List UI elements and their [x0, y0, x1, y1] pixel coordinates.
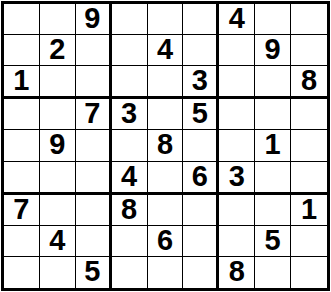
sudoku-board: 9424913873598146378146558 [1, 1, 330, 291]
cell-r4c1[interactable] [4, 99, 40, 130]
cell-r5c4[interactable] [112, 130, 148, 161]
cell-r3c2[interactable] [40, 66, 76, 99]
cell-r4c6[interactable]: 5 [183, 99, 219, 130]
cell-r8c4[interactable] [112, 226, 148, 257]
cell-r9c6[interactable] [183, 257, 219, 288]
cell-r8c7[interactable] [219, 226, 255, 257]
cell-r1c9[interactable] [291, 4, 327, 35]
cell-r6c3[interactable] [76, 162, 112, 195]
cell-r3c8[interactable] [255, 66, 291, 99]
cell-r3c3[interactable] [76, 66, 112, 99]
cell-r2c2[interactable]: 2 [40, 35, 76, 66]
cell-r4c7[interactable] [219, 99, 255, 130]
cell-r7c1[interactable]: 7 [4, 195, 40, 226]
cell-r7c7[interactable] [219, 195, 255, 226]
cell-r5c7[interactable] [219, 130, 255, 161]
cell-r8c9[interactable] [291, 226, 327, 257]
cell-r3c5[interactable] [148, 66, 184, 99]
cell-r7c2[interactable] [40, 195, 76, 226]
cell-r8c2[interactable]: 4 [40, 226, 76, 257]
cell-r6c1[interactable] [4, 162, 40, 195]
cell-r5c1[interactable] [4, 130, 40, 161]
cell-r4c5[interactable] [148, 99, 184, 130]
cell-r2c9[interactable] [291, 35, 327, 66]
cell-r8c8[interactable]: 5 [255, 226, 291, 257]
cell-r1c3[interactable]: 9 [76, 4, 112, 35]
cell-r9c3[interactable]: 5 [76, 257, 112, 288]
cell-r7c8[interactable] [255, 195, 291, 226]
cell-r8c1[interactable] [4, 226, 40, 257]
cell-r8c3[interactable] [76, 226, 112, 257]
cell-r9c9[interactable] [291, 257, 327, 288]
cell-r6c6[interactable]: 6 [183, 162, 219, 195]
cell-r1c5[interactable] [148, 4, 184, 35]
cell-r7c4[interactable]: 8 [112, 195, 148, 226]
cell-r2c1[interactable] [4, 35, 40, 66]
cell-r9c2[interactable] [40, 257, 76, 288]
cell-r7c5[interactable] [148, 195, 184, 226]
cell-r9c4[interactable] [112, 257, 148, 288]
cell-r1c6[interactable] [183, 4, 219, 35]
cell-r3c9[interactable]: 8 [291, 66, 327, 99]
cell-r6c7[interactable]: 3 [219, 162, 255, 195]
cell-r7c6[interactable] [183, 195, 219, 226]
cell-r3c7[interactable] [219, 66, 255, 99]
cell-r2c5[interactable]: 4 [148, 35, 184, 66]
cell-r3c1[interactable]: 1 [4, 66, 40, 99]
cell-r4c2[interactable] [40, 99, 76, 130]
cell-r5c9[interactable] [291, 130, 327, 161]
cell-r6c2[interactable] [40, 162, 76, 195]
cell-r9c1[interactable] [4, 257, 40, 288]
cell-r9c7[interactable]: 8 [219, 257, 255, 288]
cell-r2c3[interactable] [76, 35, 112, 66]
cell-r8c6[interactable] [183, 226, 219, 257]
cell-r7c3[interactable] [76, 195, 112, 226]
cell-r7c9[interactable]: 1 [291, 195, 327, 226]
cell-r6c8[interactable] [255, 162, 291, 195]
cell-r4c9[interactable] [291, 99, 327, 130]
cell-r5c3[interactable] [76, 130, 112, 161]
cell-r4c8[interactable] [255, 99, 291, 130]
cell-r1c8[interactable] [255, 4, 291, 35]
cell-r4c4[interactable]: 3 [112, 99, 148, 130]
cell-r5c8[interactable]: 1 [255, 130, 291, 161]
cell-r5c2[interactable]: 9 [40, 130, 76, 161]
cell-r5c5[interactable]: 8 [148, 130, 184, 161]
cell-r1c1[interactable] [4, 4, 40, 35]
cell-r3c6[interactable]: 3 [183, 66, 219, 99]
cell-r1c7[interactable]: 4 [219, 4, 255, 35]
cell-r2c6[interactable] [183, 35, 219, 66]
cell-r2c4[interactable] [112, 35, 148, 66]
cell-r9c8[interactable] [255, 257, 291, 288]
cell-r5c6[interactable] [183, 130, 219, 161]
cell-r3c4[interactable] [112, 66, 148, 99]
cell-r2c8[interactable]: 9 [255, 35, 291, 66]
cell-r6c5[interactable] [148, 162, 184, 195]
cell-r1c4[interactable] [112, 4, 148, 35]
cell-r6c9[interactable] [291, 162, 327, 195]
cell-r6c4[interactable]: 4 [112, 162, 148, 195]
cell-r1c2[interactable] [40, 4, 76, 35]
cell-r2c7[interactable] [219, 35, 255, 66]
cell-r4c3[interactable]: 7 [76, 99, 112, 130]
cell-r9c5[interactable] [148, 257, 184, 288]
sudoku-board-wrapper: 9424913873598146378146558 [0, 0, 331, 292]
cell-r8c5[interactable]: 6 [148, 226, 184, 257]
